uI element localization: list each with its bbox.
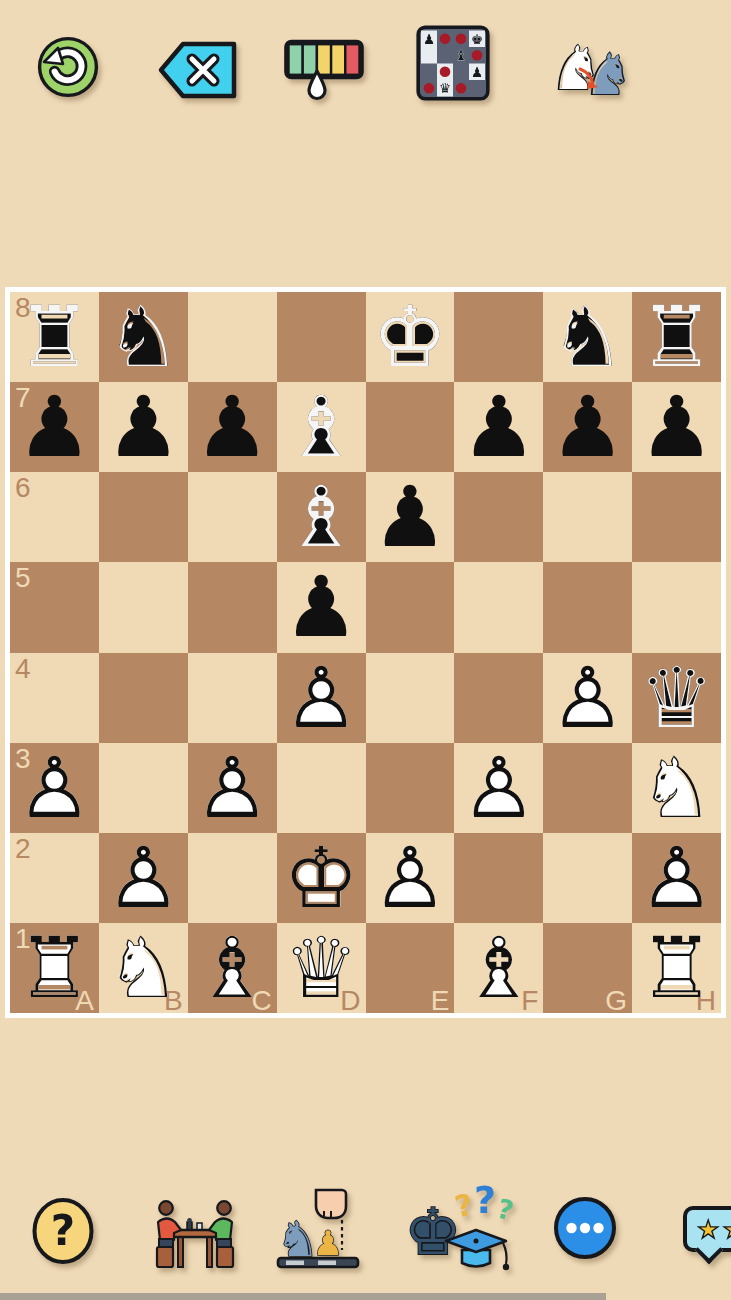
file-label: E <box>431 987 450 1015</box>
square-h1[interactable]: H♜♖ <box>632 923 721 1013</box>
square-c2[interactable] <box>188 833 277 923</box>
backspace-x-icon <box>156 39 240 101</box>
square-h3[interactable]: ♞♘ <box>632 743 721 833</box>
help-button[interactable]: ? <box>31 1197 95 1265</box>
svg-text:?: ? <box>494 1193 514 1227</box>
square-d1[interactable]: D♛♕ <box>277 923 366 1013</box>
square-f1[interactable]: F♝♗ <box>454 923 543 1013</box>
hand-placing-piece-icon: ♞ ♟ <box>272 1186 372 1274</box>
square-b7[interactable]: ♟ <box>99 382 188 472</box>
white-pawn: ♟♙ <box>277 653 366 743</box>
square-b8[interactable]: ♞♘ <box>99 292 188 382</box>
svg-text:♛: ♛ <box>439 80 451 96</box>
square-h6[interactable] <box>632 472 721 562</box>
square-c7[interactable]: ♟ <box>188 382 277 472</box>
threats-board-button[interactable]: ♟ ♚ ♝ ♟ ♛ <box>416 25 490 101</box>
square-g8[interactable]: ♞♘ <box>543 292 632 382</box>
black-knight: ♞♘ <box>99 292 188 382</box>
square-a8[interactable]: 8♜♖ <box>10 292 99 382</box>
rank-label: 5 <box>15 564 31 592</box>
svg-text:♟: ♟ <box>471 64 483 80</box>
square-d5[interactable]: ♟ <box>277 562 366 652</box>
square-e2[interactable]: ♟♙ <box>366 833 455 923</box>
chess-app-screen: { "app": { "background_color": "#efdab8"… <box>0 0 731 1300</box>
square-c4[interactable] <box>188 653 277 743</box>
king-graduation-cap-questions-icon: ♚ ? ? ? <box>406 1182 514 1280</box>
white-rook: ♜♖ <box>10 923 99 1013</box>
restart-button[interactable] <box>36 35 100 99</box>
square-c1[interactable]: C♝♗ <box>188 923 277 1013</box>
square-a3[interactable]: 3♟♙ <box>10 743 99 833</box>
black-pawn: ♟ <box>99 382 188 472</box>
square-h2[interactable]: ♟♙ <box>632 833 721 923</box>
square-e8[interactable]: ♚♔ <box>366 292 455 382</box>
square-d8[interactable] <box>277 292 366 382</box>
square-h8[interactable]: ♜♖ <box>632 292 721 382</box>
bottom-system-bar <box>0 1293 606 1300</box>
black-pawn: ♟ <box>277 562 366 652</box>
white-king: ♚♔ <box>277 833 366 923</box>
rank-label: 6 <box>15 474 31 502</box>
square-e5[interactable] <box>366 562 455 652</box>
black-rook: ♜♖ <box>632 292 721 382</box>
rating-stars-icon: ★★★ <box>697 1215 731 1244</box>
square-d4[interactable]: ♟♙ <box>277 653 366 743</box>
square-g3[interactable] <box>543 743 632 833</box>
square-e4[interactable] <box>366 653 455 743</box>
learn-button[interactable]: ♚ ? ? ? <box>406 1182 514 1280</box>
square-b5[interactable] <box>99 562 188 652</box>
square-d2[interactable]: ♚♔ <box>277 833 366 923</box>
white-knight: ♞♘ <box>99 923 188 1013</box>
square-c8[interactable] <box>188 292 277 382</box>
white-pawn: ♟♙ <box>366 833 455 923</box>
white-queen: ♛♕ <box>277 923 366 1013</box>
square-h7[interactable]: ♟ <box>632 382 721 472</box>
square-g6[interactable] <box>543 472 632 562</box>
square-c6[interactable] <box>188 472 277 562</box>
undo-button[interactable] <box>156 39 240 101</box>
white-pawn: ♟♙ <box>188 743 277 833</box>
black-pawn: ♟ <box>454 382 543 472</box>
square-g1[interactable]: G <box>543 923 632 1013</box>
square-h4[interactable]: ♛♕ <box>632 653 721 743</box>
black-pawn: ♟ <box>10 382 99 472</box>
square-c3[interactable]: ♟♙ <box>188 743 277 833</box>
square-b6[interactable] <box>99 472 188 562</box>
square-e3[interactable] <box>366 743 455 833</box>
square-e7[interactable] <box>366 382 455 472</box>
hint-meter-button[interactable] <box>282 35 366 107</box>
players-at-chess-table-icon <box>147 1192 243 1276</box>
question-mark-circle-icon: ? <box>31 1197 95 1265</box>
svg-text:?: ? <box>474 1182 496 1222</box>
black-pawn: ♟ <box>543 382 632 472</box>
black-queen: ♛♕ <box>632 653 721 743</box>
black-king: ♚♔ <box>366 292 455 382</box>
square-g7[interactable]: ♟ <box>543 382 632 472</box>
square-a4[interactable]: 4 <box>10 653 99 743</box>
square-a6[interactable]: 6 <box>10 472 99 562</box>
two-players-button[interactable] <box>147 1192 243 1276</box>
rank-label: 2 <box>15 835 31 863</box>
square-g5[interactable] <box>543 562 632 652</box>
white-pawn: ♟♙ <box>454 743 543 833</box>
white-bishop: ♝♗ <box>188 923 277 1013</box>
three-dots-circle-icon <box>552 1195 618 1261</box>
rank-label: 4 <box>15 655 31 683</box>
square-d3[interactable] <box>277 743 366 833</box>
mini-chessboard-red-dots-icon: ♟ ♚ ♝ ♟ ♛ <box>416 25 490 101</box>
more-options-button[interactable] <box>552 1195 618 1261</box>
switch-sides-button[interactable]: ♞ ♘ ♞ ♘ <box>545 24 637 106</box>
black-rook: ♜♖ <box>10 292 99 382</box>
square-f6[interactable] <box>454 472 543 562</box>
white-rook: ♜♖ <box>632 923 721 1013</box>
black-bishop: ♝♗ <box>277 382 366 472</box>
square-a5[interactable]: 5 <box>10 562 99 652</box>
restart-circular-arrow-icon <box>36 35 100 99</box>
square-a1[interactable]: 1A♜♖ <box>10 923 99 1013</box>
square-c5[interactable] <box>188 562 277 652</box>
square-f5[interactable] <box>454 562 543 652</box>
square-e6[interactable]: ♟ <box>366 472 455 562</box>
square-b3[interactable] <box>99 743 188 833</box>
black-pawn: ♟ <box>632 382 721 472</box>
swap-arrow-icon <box>577 66 603 92</box>
square-d6[interactable]: ♝♗ <box>277 472 366 562</box>
svg-text:♝: ♝ <box>455 47 467 63</box>
rate-app-button[interactable]: ★★★ <box>683 1206 731 1252</box>
black-pawn: ♟ <box>366 472 455 562</box>
square-g2[interactable] <box>543 833 632 923</box>
square-f3[interactable]: ♟♙ <box>454 743 543 833</box>
svg-text:♚: ♚ <box>406 1195 462 1269</box>
square-b4[interactable] <box>99 653 188 743</box>
square-a2[interactable]: 2 <box>10 833 99 923</box>
white-pawn: ♟♙ <box>632 833 721 923</box>
board-setup-button[interactable]: ♞ ♟ <box>272 1186 372 1274</box>
svg-text:?: ? <box>51 1206 75 1255</box>
square-d7[interactable]: ♝♗ <box>277 382 366 472</box>
square-a7[interactable]: 7♟ <box>10 382 99 472</box>
svg-text:♟: ♟ <box>423 31 435 47</box>
square-f8[interactable] <box>454 292 543 382</box>
eval-bars-droplet-icon <box>282 35 366 107</box>
square-f2[interactable] <box>454 833 543 923</box>
white-bishop: ♝♗ <box>454 923 543 1013</box>
black-bishop: ♝♗ <box>277 472 366 562</box>
chess-board: 8♜♖♞♘♚♔♞♘♜♖7♟♟♟♝♗♟♟♟6♝♗♟5♟4♟♙♟♙♛♕3♟♙♟♙♟♙… <box>5 287 726 1018</box>
white-pawn: ♟♙ <box>10 743 99 833</box>
white-knight: ♞♘ <box>632 743 721 833</box>
svg-text:♚: ♚ <box>471 31 483 47</box>
white-pawn: ♟♙ <box>543 653 632 743</box>
square-b1[interactable]: B♞♘ <box>99 923 188 1013</box>
square-e1[interactable]: E <box>366 923 455 1013</box>
black-pawn: ♟ <box>188 382 277 472</box>
square-h5[interactable] <box>632 562 721 652</box>
square-g4[interactable]: ♟♙ <box>543 653 632 743</box>
black-knight: ♞♘ <box>543 292 632 382</box>
file-label: G <box>605 987 627 1015</box>
white-pawn: ♟♙ <box>99 833 188 923</box>
square-f7[interactable]: ♟ <box>454 382 543 472</box>
square-b2[interactable]: ♟♙ <box>99 833 188 923</box>
square-f4[interactable] <box>454 653 543 743</box>
